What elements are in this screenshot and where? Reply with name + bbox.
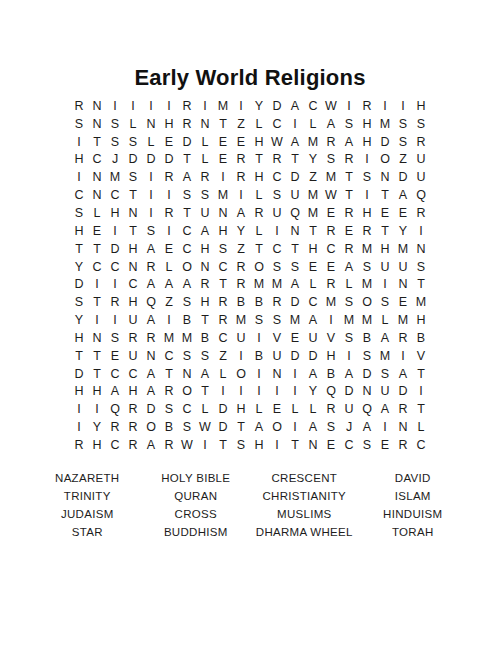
grid-cell-r11c10[interactable]: R	[232, 275, 250, 293]
grid-cell-r3c20[interactable]: R	[412, 133, 430, 151]
grid-cell-r15c11[interactable]: B	[250, 347, 268, 365]
grid-cell-r3c19[interactable]: S	[394, 133, 412, 151]
grid-cell-r14c12[interactable]: V	[268, 329, 286, 347]
grid-cell-r18c19[interactable]: R	[394, 400, 412, 418]
grid-cell-r18c7[interactable]: C	[178, 400, 196, 418]
grid-cell-r9c18[interactable]: H	[376, 240, 394, 258]
grid-cell-r19c5[interactable]: O	[142, 418, 160, 436]
grid-cell-r17c16[interactable]: D	[340, 383, 358, 401]
grid-cell-r10c1[interactable]: Y	[70, 258, 88, 276]
grid-cell-r16c7[interactable]: N	[178, 365, 196, 383]
grid-cell-r5c10[interactable]: R	[232, 168, 250, 186]
grid-cell-r4c17[interactable]: I	[358, 151, 376, 169]
grid-cell-r2c2[interactable]: N	[88, 115, 106, 133]
grid-cell-r1c17[interactable]: R	[358, 97, 376, 115]
grid-cell-r11c6[interactable]: A	[160, 275, 178, 293]
grid-cell-r20c15[interactable]: E	[322, 436, 340, 454]
grid-cell-r20c18[interactable]: E	[376, 436, 394, 454]
grid-cell-r4c9[interactable]: E	[214, 151, 232, 169]
grid-cell-r15c12[interactable]: U	[268, 347, 286, 365]
grid-cell-r6c16[interactable]: T	[340, 186, 358, 204]
grid-cell-r20c8[interactable]: I	[196, 436, 214, 454]
grid-cell-r12c16[interactable]: S	[340, 293, 358, 311]
grid-cell-r19c18[interactable]: I	[376, 418, 394, 436]
grid-cell-r17c1[interactable]: H	[70, 383, 88, 401]
grid-cell-r1c6[interactable]: I	[160, 97, 178, 115]
grid-cell-r1c7[interactable]: R	[178, 97, 196, 115]
grid-cell-r15c2[interactable]: T	[88, 347, 106, 365]
grid-cell-r17c15[interactable]: Q	[322, 383, 340, 401]
grid-cell-r13c4[interactable]: U	[124, 311, 142, 329]
grid-cell-r9c12[interactable]: C	[268, 240, 286, 258]
grid-cell-r12c20[interactable]: M	[412, 293, 430, 311]
grid-cell-r11c20[interactable]: T	[412, 275, 430, 293]
grid-cell-r8c3[interactable]: I	[106, 222, 124, 240]
grid-cell-r3c8[interactable]: L	[196, 133, 214, 151]
grid-cell-r19c3[interactable]: R	[106, 418, 124, 436]
grid-cell-r7c10[interactable]: A	[232, 204, 250, 222]
grid-cell-r4c4[interactable]: D	[124, 151, 142, 169]
grid-cell-r11c19[interactable]: N	[394, 275, 412, 293]
grid-cell-r8c20[interactable]: I	[412, 222, 430, 240]
grid-cell-r12c7[interactable]: S	[178, 293, 196, 311]
grid-cell-r1c3[interactable]: I	[106, 97, 124, 115]
grid-cell-r19c4[interactable]: R	[124, 418, 142, 436]
grid-cell-r19c10[interactable]: T	[232, 418, 250, 436]
grid-cell-r13c3[interactable]: I	[106, 311, 124, 329]
grid-cell-r20c13[interactable]: T	[286, 436, 304, 454]
grid-cell-r10c13[interactable]: S	[286, 258, 304, 276]
grid-cell-r12c12[interactable]: R	[268, 293, 286, 311]
grid-cell-r8c16[interactable]: E	[340, 222, 358, 240]
grid-cell-r19c6[interactable]: B	[160, 418, 178, 436]
grid-cell-r1c13[interactable]: A	[286, 97, 304, 115]
grid-cell-r8c2[interactable]: E	[88, 222, 106, 240]
grid-cell-r2c16[interactable]: S	[340, 115, 358, 133]
grid-cell-r17c9[interactable]: I	[214, 383, 232, 401]
grid-cell-r20c4[interactable]: R	[124, 436, 142, 454]
grid-cell-r11c4[interactable]: C	[124, 275, 142, 293]
grid-cell-r20c10[interactable]: S	[232, 436, 250, 454]
grid-cell-r3c13[interactable]: A	[286, 133, 304, 151]
grid-cell-r15c15[interactable]: H	[322, 347, 340, 365]
grid-cell-r9c19[interactable]: M	[394, 240, 412, 258]
grid-cell-r9c8[interactable]: H	[196, 240, 214, 258]
grid-cell-r20c17[interactable]: S	[358, 436, 376, 454]
grid-cell-r3c4[interactable]: S	[124, 133, 142, 151]
grid-cell-r9c1[interactable]: T	[70, 240, 88, 258]
grid-cell-r2c17[interactable]: H	[358, 115, 376, 133]
grid-cell-r4c11[interactable]: T	[250, 151, 268, 169]
grid-cell-r7c6[interactable]: R	[160, 204, 178, 222]
grid-cell-r5c5[interactable]: I	[142, 168, 160, 186]
grid-cell-r13c17[interactable]: M	[358, 311, 376, 329]
grid-cell-r12c9[interactable]: R	[214, 293, 232, 311]
grid-cell-r9c20[interactable]: N	[412, 240, 430, 258]
grid-cell-r9c7[interactable]: C	[178, 240, 196, 258]
grid-cell-r20c2[interactable]: H	[88, 436, 106, 454]
grid-cell-r1c16[interactable]: I	[340, 97, 358, 115]
grid-cell-r5c19[interactable]: D	[394, 168, 412, 186]
grid-cell-r19c14[interactable]: A	[304, 418, 322, 436]
grid-cell-r17c12[interactable]: I	[268, 383, 286, 401]
grid-cell-r17c7[interactable]: O	[178, 383, 196, 401]
grid-cell-r15c5[interactable]: N	[142, 347, 160, 365]
grid-cell-r9c14[interactable]: H	[304, 240, 322, 258]
grid-cell-r4c12[interactable]: R	[268, 151, 286, 169]
grid-cell-r11c15[interactable]: R	[322, 275, 340, 293]
grid-cell-r9c17[interactable]: M	[358, 240, 376, 258]
grid-cell-r11c2[interactable]: I	[88, 275, 106, 293]
grid-cell-r3c7[interactable]: D	[178, 133, 196, 151]
grid-cell-r8c12[interactable]: I	[268, 222, 286, 240]
grid-cell-r7c18[interactable]: E	[376, 204, 394, 222]
grid-cell-r1c14[interactable]: C	[304, 97, 322, 115]
grid-cell-r3c1[interactable]: I	[70, 133, 88, 151]
grid-cell-r16c3[interactable]: C	[106, 365, 124, 383]
grid-cell-r1c20[interactable]: H	[412, 97, 430, 115]
grid-cell-r10c7[interactable]: O	[178, 258, 196, 276]
grid-cell-r3c2[interactable]: T	[88, 133, 106, 151]
grid-cell-r12c19[interactable]: E	[394, 293, 412, 311]
grid-cell-r5c4[interactable]: S	[124, 168, 142, 186]
grid-cell-r16c9[interactable]: L	[214, 365, 232, 383]
grid-cell-r1c8[interactable]: I	[196, 97, 214, 115]
grid-cell-r20c16[interactable]: C	[340, 436, 358, 454]
grid-cell-r3c5[interactable]: L	[142, 133, 160, 151]
grid-cell-r10c2[interactable]: C	[88, 258, 106, 276]
grid-cell-r10c11[interactable]: O	[250, 258, 268, 276]
grid-cell-r14c8[interactable]: B	[196, 329, 214, 347]
grid-cell-r6c20[interactable]: Q	[412, 186, 430, 204]
grid-cell-r13c8[interactable]: T	[196, 311, 214, 329]
grid-cell-r5c18[interactable]: N	[376, 168, 394, 186]
grid-cell-r18c13[interactable]: L	[286, 400, 304, 418]
grid-cell-r8c5[interactable]: S	[142, 222, 160, 240]
grid-cell-r16c20[interactable]: T	[412, 365, 430, 383]
grid-cell-r17c10[interactable]: I	[232, 383, 250, 401]
grid-cell-r12c18[interactable]: S	[376, 293, 394, 311]
grid-cell-r20c14[interactable]: N	[304, 436, 322, 454]
grid-cell-r13c10[interactable]: M	[232, 311, 250, 329]
grid-cell-r6c2[interactable]: N	[88, 186, 106, 204]
grid-cell-r19c20[interactable]: L	[412, 418, 430, 436]
grid-cell-r18c16[interactable]: U	[340, 400, 358, 418]
grid-cell-r5c12[interactable]: C	[268, 168, 286, 186]
grid-cell-r20c9[interactable]: T	[214, 436, 232, 454]
grid-cell-r18c9[interactable]: D	[214, 400, 232, 418]
grid-cell-r10c12[interactable]: S	[268, 258, 286, 276]
grid-cell-r2c13[interactable]: I	[286, 115, 304, 133]
grid-cell-r19c12[interactable]: O	[268, 418, 286, 436]
grid-cell-r4c16[interactable]: R	[340, 151, 358, 169]
grid-cell-r10c8[interactable]: N	[196, 258, 214, 276]
grid-cell-r10c14[interactable]: E	[304, 258, 322, 276]
grid-cell-r14c5[interactable]: R	[142, 329, 160, 347]
grid-cell-r12c3[interactable]: R	[106, 293, 124, 311]
grid-cell-r1c15[interactable]: W	[322, 97, 340, 115]
grid-cell-r1c9[interactable]: M	[214, 97, 232, 115]
grid-cell-r17c2[interactable]: H	[88, 383, 106, 401]
grid-cell-r9c5[interactable]: A	[142, 240, 160, 258]
grid-cell-r17c17[interactable]: N	[358, 383, 376, 401]
grid-cell-r2c10[interactable]: Z	[232, 115, 250, 133]
grid-cell-r6c9[interactable]: M	[214, 186, 232, 204]
grid-cell-r7c11[interactable]: R	[250, 204, 268, 222]
grid-cell-r1c19[interactable]: I	[394, 97, 412, 115]
grid-cell-r12c5[interactable]: Q	[142, 293, 160, 311]
grid-cell-r17c14[interactable]: Y	[304, 383, 322, 401]
grid-cell-r14c3[interactable]: S	[106, 329, 124, 347]
grid-cell-r15c10[interactable]: I	[232, 347, 250, 365]
grid-cell-r13c12[interactable]: S	[268, 311, 286, 329]
grid-cell-r10c4[interactable]: N	[124, 258, 142, 276]
grid-cell-r18c2[interactable]: I	[88, 400, 106, 418]
grid-cell-r10c9[interactable]: C	[214, 258, 232, 276]
grid-cell-r16c16[interactable]: A	[340, 365, 358, 383]
grid-cell-r17c18[interactable]: U	[376, 383, 394, 401]
grid-cell-r11c8[interactable]: R	[196, 275, 214, 293]
grid-cell-r15c1[interactable]: T	[70, 347, 88, 365]
grid-cell-r8c14[interactable]: T	[304, 222, 322, 240]
grid-cell-r13c7[interactable]: B	[178, 311, 196, 329]
grid-cell-r18c1[interactable]: I	[70, 400, 88, 418]
grid-cell-r14c20[interactable]: B	[412, 329, 430, 347]
grid-cell-r6c19[interactable]: A	[394, 186, 412, 204]
grid-cell-r3c17[interactable]: H	[358, 133, 376, 151]
grid-cell-r4c7[interactable]: T	[178, 151, 196, 169]
grid-cell-r11c3[interactable]: I	[106, 275, 124, 293]
grid-cell-r19c2[interactable]: Y	[88, 418, 106, 436]
grid-cell-r2c12[interactable]: C	[268, 115, 286, 133]
grid-cell-r18c11[interactable]: L	[250, 400, 268, 418]
grid-cell-r16c12[interactable]: N	[268, 365, 286, 383]
grid-cell-r16c18[interactable]: S	[376, 365, 394, 383]
grid-cell-r17c6[interactable]: R	[160, 383, 178, 401]
grid-cell-r2c8[interactable]: N	[196, 115, 214, 133]
grid-cell-r7c14[interactable]: M	[304, 204, 322, 222]
grid-cell-r3c6[interactable]: E	[160, 133, 178, 151]
grid-cell-r4c15[interactable]: S	[322, 151, 340, 169]
grid-cell-r14c17[interactable]: B	[358, 329, 376, 347]
grid-cell-r2c20[interactable]: S	[412, 115, 430, 133]
grid-cell-r7c12[interactable]: U	[268, 204, 286, 222]
grid-cell-r11c18[interactable]: I	[376, 275, 394, 293]
grid-cell-r8c15[interactable]: R	[322, 222, 340, 240]
grid-cell-r18c6[interactable]: S	[160, 400, 178, 418]
grid-cell-r7c15[interactable]: E	[322, 204, 340, 222]
grid-cell-r13c13[interactable]: M	[286, 311, 304, 329]
grid-cell-r13c16[interactable]: M	[340, 311, 358, 329]
grid-cell-r16c2[interactable]: T	[88, 365, 106, 383]
grid-cell-r17c8[interactable]: T	[196, 383, 214, 401]
grid-cell-r14c9[interactable]: C	[214, 329, 232, 347]
grid-cell-r2c6[interactable]: H	[160, 115, 178, 133]
grid-cell-r10c16[interactable]: A	[340, 258, 358, 276]
grid-cell-r11c9[interactable]: T	[214, 275, 232, 293]
grid-cell-r14c15[interactable]: V	[322, 329, 340, 347]
grid-cell-r17c19[interactable]: D	[394, 383, 412, 401]
grid-cell-r9c4[interactable]: H	[124, 240, 142, 258]
grid-cell-r15c19[interactable]: I	[394, 347, 412, 365]
grid-cell-r14c2[interactable]: N	[88, 329, 106, 347]
grid-cell-r10c6[interactable]: L	[160, 258, 178, 276]
grid-cell-r12c4[interactable]: H	[124, 293, 142, 311]
grid-cell-r1c5[interactable]: I	[142, 97, 160, 115]
grid-cell-r5c8[interactable]: R	[196, 168, 214, 186]
grid-cell-r17c13[interactable]: I	[286, 383, 304, 401]
grid-cell-r16c1[interactable]: D	[70, 365, 88, 383]
grid-cell-r12c2[interactable]: T	[88, 293, 106, 311]
grid-cell-r2c1[interactable]: S	[70, 115, 88, 133]
grid-cell-r4c19[interactable]: Z	[394, 151, 412, 169]
grid-cell-r7c5[interactable]: I	[142, 204, 160, 222]
grid-cell-r11c11[interactable]: M	[250, 275, 268, 293]
grid-cell-r11c1[interactable]: D	[70, 275, 88, 293]
grid-cell-r20c6[interactable]: R	[160, 436, 178, 454]
grid-cell-r19c19[interactable]: N	[394, 418, 412, 436]
grid-cell-r4c2[interactable]: C	[88, 151, 106, 169]
grid-cell-r10c20[interactable]: S	[412, 258, 430, 276]
grid-cell-r12c14[interactable]: C	[304, 293, 322, 311]
grid-cell-r5c16[interactable]: T	[340, 168, 358, 186]
grid-cell-r14c13[interactable]: E	[286, 329, 304, 347]
grid-cell-r15c17[interactable]: S	[358, 347, 376, 365]
grid-cell-r1c11[interactable]: Y	[250, 97, 268, 115]
grid-cell-r16c17[interactable]: D	[358, 365, 376, 383]
grid-cell-r8c8[interactable]: A	[196, 222, 214, 240]
grid-cell-r11c14[interactable]: L	[304, 275, 322, 293]
grid-cell-r15c3[interactable]: E	[106, 347, 124, 365]
grid-cell-r6c6[interactable]: I	[160, 186, 178, 204]
grid-cell-r14c7[interactable]: M	[178, 329, 196, 347]
grid-cell-r15c6[interactable]: C	[160, 347, 178, 365]
grid-cell-r17c3[interactable]: A	[106, 383, 124, 401]
grid-cell-r1c12[interactable]: D	[268, 97, 286, 115]
grid-cell-r10c10[interactable]: R	[232, 258, 250, 276]
grid-cell-r19c17[interactable]: A	[358, 418, 376, 436]
grid-cell-r18c14[interactable]: L	[304, 400, 322, 418]
grid-cell-r5c2[interactable]: N	[88, 168, 106, 186]
grid-cell-r12c11[interactable]: B	[250, 293, 268, 311]
grid-cell-r10c18[interactable]: U	[376, 258, 394, 276]
grid-cell-r15c8[interactable]: S	[196, 347, 214, 365]
grid-cell-r7c2[interactable]: L	[88, 204, 106, 222]
grid-cell-r5c6[interactable]: R	[160, 168, 178, 186]
grid-cell-r16c15[interactable]: B	[322, 365, 340, 383]
grid-cell-r16c4[interactable]: C	[124, 365, 142, 383]
grid-cell-r14c14[interactable]: U	[304, 329, 322, 347]
grid-cell-r18c15[interactable]: R	[322, 400, 340, 418]
grid-cell-r4c8[interactable]: L	[196, 151, 214, 169]
grid-cell-r17c11[interactable]: I	[250, 383, 268, 401]
grid-cell-r5c14[interactable]: Z	[304, 168, 322, 186]
grid-cell-r6c3[interactable]: C	[106, 186, 124, 204]
grid-cell-r6c5[interactable]: I	[142, 186, 160, 204]
grid-cell-r13c19[interactable]: M	[394, 311, 412, 329]
grid-cell-r9c2[interactable]: T	[88, 240, 106, 258]
grid-cell-r4c14[interactable]: Y	[304, 151, 322, 169]
grid-cell-r7c8[interactable]: U	[196, 204, 214, 222]
grid-cell-r19c13[interactable]: I	[286, 418, 304, 436]
grid-cell-r7c4[interactable]: N	[124, 204, 142, 222]
grid-cell-r18c12[interactable]: E	[268, 400, 286, 418]
grid-cell-r13c18[interactable]: L	[376, 311, 394, 329]
grid-cell-r2c18[interactable]: M	[376, 115, 394, 133]
grid-cell-r13c9[interactable]: R	[214, 311, 232, 329]
grid-cell-r20c20[interactable]: C	[412, 436, 430, 454]
grid-cell-r10c3[interactable]: C	[106, 258, 124, 276]
grid-cell-r15c4[interactable]: U	[124, 347, 142, 365]
grid-cell-r8c4[interactable]: T	[124, 222, 142, 240]
grid-cell-r2c5[interactable]: N	[142, 115, 160, 133]
grid-cell-r14c16[interactable]: S	[340, 329, 358, 347]
grid-cell-r3c3[interactable]: S	[106, 133, 124, 151]
grid-cell-r9c15[interactable]: C	[322, 240, 340, 258]
grid-cell-r6c10[interactable]: I	[232, 186, 250, 204]
grid-cell-r10c15[interactable]: E	[322, 258, 340, 276]
grid-cell-r15c20[interactable]: V	[412, 347, 430, 365]
grid-cell-r17c20[interactable]: I	[412, 383, 430, 401]
grid-cell-r16c5[interactable]: A	[142, 365, 160, 383]
grid-cell-r20c19[interactable]: R	[394, 436, 412, 454]
grid-cell-r12c17[interactable]: O	[358, 293, 376, 311]
grid-cell-r6c13[interactable]: U	[286, 186, 304, 204]
grid-cell-r3c11[interactable]: H	[250, 133, 268, 151]
grid-cell-r6c14[interactable]: M	[304, 186, 322, 204]
grid-cell-r4c20[interactable]: U	[412, 151, 430, 169]
grid-cell-r16c14[interactable]: A	[304, 365, 322, 383]
grid-cell-r17c5[interactable]: A	[142, 383, 160, 401]
grid-cell-r20c7[interactable]: W	[178, 436, 196, 454]
grid-cell-r9c3[interactable]: D	[106, 240, 124, 258]
grid-cell-r11c16[interactable]: L	[340, 275, 358, 293]
grid-cell-r2c11[interactable]: L	[250, 115, 268, 133]
grid-cell-r20c3[interactable]: C	[106, 436, 124, 454]
grid-cell-r4c5[interactable]: D	[142, 151, 160, 169]
grid-cell-r12c1[interactable]: S	[70, 293, 88, 311]
grid-cell-r19c11[interactable]: A	[250, 418, 268, 436]
grid-cell-r2c15[interactable]: A	[322, 115, 340, 133]
grid-cell-r5c17[interactable]: S	[358, 168, 376, 186]
grid-cell-r13c1[interactable]: Y	[70, 311, 88, 329]
grid-cell-r16c19[interactable]: A	[394, 365, 412, 383]
grid-cell-r15c7[interactable]: S	[178, 347, 196, 365]
grid-cell-r19c8[interactable]: W	[196, 418, 214, 436]
grid-cell-r8c11[interactable]: L	[250, 222, 268, 240]
grid-cell-r14c11[interactable]: I	[250, 329, 268, 347]
grid-cell-r9c11[interactable]: T	[250, 240, 268, 258]
grid-cell-r7c13[interactable]: Q	[286, 204, 304, 222]
grid-cell-r9c6[interactable]: E	[160, 240, 178, 258]
grid-cell-r12c13[interactable]: D	[286, 293, 304, 311]
grid-cell-r3c9[interactable]: E	[214, 133, 232, 151]
grid-cell-r3c16[interactable]: A	[340, 133, 358, 151]
grid-cell-r8c9[interactable]: H	[214, 222, 232, 240]
grid-cell-r18c5[interactable]: D	[142, 400, 160, 418]
grid-cell-r5c15[interactable]: M	[322, 168, 340, 186]
grid-cell-r18c18[interactable]: A	[376, 400, 394, 418]
grid-cell-r6c7[interactable]: S	[178, 186, 196, 204]
grid-cell-r7c19[interactable]: E	[394, 204, 412, 222]
grid-cell-r11c13[interactable]: A	[286, 275, 304, 293]
grid-cell-r12c6[interactable]: Z	[160, 293, 178, 311]
grid-cell-r19c16[interactable]: J	[340, 418, 358, 436]
grid-cell-r14c10[interactable]: U	[232, 329, 250, 347]
grid-cell-r7c3[interactable]: H	[106, 204, 124, 222]
grid-cell-r8c7[interactable]: C	[178, 222, 196, 240]
grid-cell-r7c1[interactable]: S	[70, 204, 88, 222]
